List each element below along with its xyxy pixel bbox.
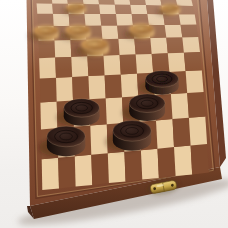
square-c4	[72, 76, 89, 100]
square-j1	[191, 144, 209, 174]
square-h2	[156, 119, 174, 149]
square-a1	[42, 158, 59, 190]
square-e4	[105, 75, 122, 99]
square-i1	[174, 146, 192, 177]
piece-top	[65, 24, 90, 35]
square-d2	[90, 124, 108, 154]
square-f4	[121, 74, 139, 98]
square-g1	[141, 149, 159, 180]
square-i3	[171, 93, 189, 119]
square-d4	[88, 75, 105, 99]
piece-top	[64, 99, 100, 118]
piece-top	[113, 121, 151, 142]
square-c1	[75, 155, 93, 187]
square-e3	[106, 97, 124, 124]
square-e1	[108, 152, 126, 183]
checkers-board-photo	[0, 0, 228, 228]
square-j2	[189, 117, 207, 146]
square-i2	[173, 118, 191, 147]
square-j4	[186, 70, 204, 93]
square-f1	[124, 150, 142, 181]
piece-top	[129, 23, 154, 34]
square-d1	[91, 153, 109, 185]
product-photo-scene	[0, 0, 228, 228]
square-b4	[56, 77, 73, 102]
square-a4	[40, 78, 57, 103]
piece-top	[129, 94, 165, 113]
square-b1	[58, 156, 75, 188]
piece-top	[33, 25, 58, 36]
square-a3	[40, 101, 57, 129]
square-j3	[187, 92, 205, 118]
piece-top	[47, 126, 85, 147]
square-h1	[158, 147, 176, 178]
piece-top	[81, 38, 109, 51]
piece-top	[145, 71, 178, 88]
